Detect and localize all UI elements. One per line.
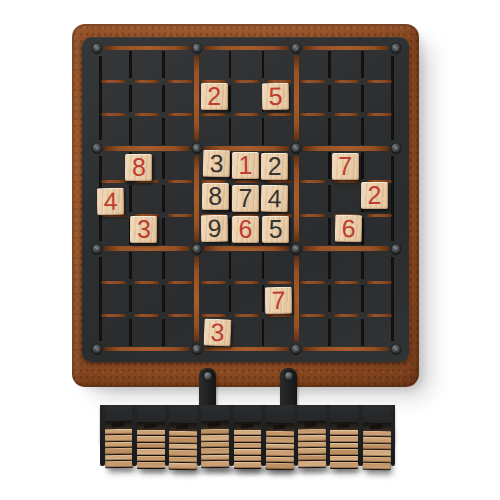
stack-top-marking (305, 422, 317, 427)
stack-tile-edge (104, 435, 132, 441)
tile-7[interactable]: 7 (332, 153, 359, 180)
cell-dash (300, 113, 325, 116)
cell-slot (162, 152, 165, 179)
screw-icon (292, 144, 301, 153)
tray-divider (358, 405, 363, 466)
cell-slot (229, 85, 232, 112)
stack-tile-edge (169, 437, 197, 443)
cell-dash (201, 113, 226, 116)
edge-slot (391, 156, 394, 240)
stack-top-edge (298, 421, 326, 429)
tile-5[interactable]: 5 (262, 82, 289, 109)
stack-tile-edge (298, 461, 326, 467)
screw-icon (392, 144, 401, 153)
tile-2[interactable]: 2 (201, 83, 228, 110)
cell-dash (234, 80, 259, 83)
box-divider-line (204, 347, 290, 352)
cell-dash (168, 180, 193, 183)
stack-tile-edge (363, 444, 391, 450)
cell-slot (129, 319, 132, 346)
cell-dash (300, 214, 325, 217)
tile-digit: 6 (341, 215, 355, 242)
screw-icon (93, 144, 102, 153)
tile-digit: 2 (268, 153, 282, 180)
stack-tile-edge (298, 455, 326, 461)
screw-icon (93, 44, 102, 53)
screw-icon (192, 144, 201, 153)
cell-slot (328, 85, 331, 112)
cell-dash (334, 281, 359, 284)
stack-tile-edge (234, 443, 262, 448)
sudoku-board: 2583127487423965673 (72, 24, 419, 387)
screw-icon (93, 345, 102, 354)
cell-slot (162, 51, 165, 78)
cell-slot (328, 51, 331, 78)
cell-dash (267, 180, 292, 183)
cell-dash (300, 314, 325, 317)
cell-slot (361, 285, 364, 312)
cell-slot (361, 152, 364, 179)
cell-dash (267, 281, 292, 284)
cell-dash (101, 281, 126, 284)
tile-digit: 1 (239, 152, 253, 179)
cell-dash (334, 314, 359, 317)
cell-slot (262, 319, 265, 346)
screw-icon (392, 44, 401, 53)
tray-divider (165, 405, 170, 466)
stack-tile-edge (104, 442, 132, 448)
stack-tile-edge (137, 456, 165, 461)
box-divider-line (104, 246, 190, 251)
cell-slot (129, 85, 132, 112)
cell-dash (300, 281, 325, 284)
stack-tile-edge (363, 450, 391, 456)
tile-stack[interactable] (298, 421, 326, 468)
tile-digit: 3 (210, 319, 225, 346)
cell-dash (168, 214, 193, 217)
box-divider-line (294, 155, 299, 241)
tile-digit: 5 (269, 83, 283, 110)
stack-top-marking (176, 424, 188, 429)
stack-tile-edge (266, 450, 294, 456)
stack-tile-edge (298, 448, 326, 454)
strap-screw-icon (204, 372, 212, 380)
screw-icon (392, 244, 401, 253)
tile-stack[interactable] (330, 422, 358, 469)
box-divider-line (204, 246, 290, 251)
cell-slot (129, 118, 132, 145)
tile-stack[interactable] (362, 423, 390, 470)
tile-digit: 2 (207, 83, 221, 110)
tile-2[interactable]: 2 (361, 182, 388, 209)
stack-top-edge (330, 422, 358, 430)
cell-dash (134, 113, 159, 116)
stack-tile-edge (234, 462, 262, 467)
cell-slot (162, 218, 165, 245)
tile-digit: 6 (239, 216, 253, 243)
cell-dash (101, 314, 126, 317)
box-divider-line (104, 46, 190, 51)
tile-digit: 4 (103, 188, 117, 215)
tile-digit: 7 (239, 185, 253, 212)
cell-slot (328, 185, 331, 212)
tile-stack[interactable] (234, 422, 262, 469)
cell-dash (134, 80, 159, 83)
tile-6[interactable]: 6 (334, 215, 361, 242)
box-divider-line (294, 55, 299, 141)
stack-tile-edge (363, 431, 391, 437)
stack-tile-edge (169, 450, 197, 456)
tile-2[interactable]: 2 (261, 153, 288, 180)
cell-dash (168, 281, 193, 284)
stack-tile-edge (169, 463, 197, 469)
stack-tile-edge (266, 463, 294, 469)
tile-4[interactable]: 4 (261, 185, 288, 212)
stack-tile-edge (169, 431, 197, 437)
cell-dash (168, 113, 193, 116)
tray-divider (100, 405, 105, 466)
stack-tile-edge (201, 448, 229, 454)
box-divider-line (104, 347, 190, 352)
stack-tile-edge (234, 436, 262, 441)
cell-dash (234, 113, 259, 116)
cell-slot (162, 185, 165, 212)
cell-dash (334, 113, 359, 116)
box-divider-line (303, 146, 389, 151)
cell-slot (162, 118, 165, 145)
cell-dash (134, 314, 159, 317)
tile-digit: 3 (137, 216, 151, 243)
stack-tile-edge (201, 455, 229, 461)
tile-7[interactable]: 7 (232, 185, 259, 212)
stack-tile-edge (105, 455, 133, 461)
tile-6[interactable]: 6 (232, 216, 259, 243)
stack-tile-edge (330, 449, 358, 454)
tile-stack[interactable] (169, 423, 197, 470)
stack-tile-edge (137, 462, 165, 467)
cell-dash (367, 281, 392, 284)
stack-tile-edge (137, 436, 165, 441)
cell-dash (168, 314, 193, 317)
edge-slot (99, 257, 102, 341)
stack-tile-edge (330, 430, 358, 435)
stack-tile-edge (105, 448, 133, 454)
tile-stack[interactable] (201, 421, 229, 468)
stack-tile-edge (330, 462, 358, 467)
cell-slot (129, 185, 132, 212)
box-divider-line (194, 55, 199, 141)
box-divider-line (303, 246, 389, 251)
tile-digit: 8 (132, 154, 146, 181)
box-divider-line (303, 46, 389, 51)
tile-5[interactable]: 5 (262, 216, 289, 243)
tile-digit: 2 (367, 182, 381, 209)
cell-dash (134, 281, 159, 284)
stack-tile-edge (266, 457, 294, 463)
stack-tile-edge (266, 431, 294, 437)
tile-8[interactable]: 8 (125, 154, 152, 181)
box-divider-line (294, 256, 299, 342)
cell-slot (328, 118, 331, 145)
tile-digit: 5 (269, 216, 283, 243)
stack-tile-edge (298, 435, 326, 441)
cell-dash (367, 80, 392, 83)
cell-slot (229, 51, 232, 78)
edge-slot (391, 56, 394, 140)
cell-slot (361, 118, 364, 145)
stack-top-edge (266, 423, 294, 431)
stack-tile-edge (137, 443, 165, 448)
cell-dash (334, 180, 359, 183)
stack-tile-edge (234, 430, 262, 435)
cell-slot (328, 218, 331, 245)
screw-icon (292, 345, 301, 354)
cell-slot (129, 51, 132, 78)
cell-slot (162, 252, 165, 279)
tile-stack[interactable] (104, 421, 132, 468)
tile-stack[interactable] (137, 422, 165, 469)
cell-dash (367, 113, 392, 116)
cell-slot (129, 252, 132, 279)
cell-slot (361, 85, 364, 112)
screw-icon (93, 244, 102, 253)
cell-slot (361, 319, 364, 346)
stack-tile-edge (137, 430, 165, 435)
edge-slot (391, 257, 394, 341)
box-divider-line (104, 146, 190, 151)
cell-slot (328, 319, 331, 346)
cell-dash (300, 80, 325, 83)
tray-divider (294, 405, 299, 466)
tile-digit: 9 (207, 215, 221, 242)
cell-slot (229, 285, 232, 312)
cell-dash (367, 314, 392, 317)
cell-dash (267, 314, 292, 317)
tile-9[interactable]: 9 (201, 215, 228, 242)
tray-divider (261, 405, 266, 466)
cell-slot (262, 118, 265, 145)
stack-top-edge (201, 421, 229, 429)
screw-icon (292, 44, 301, 53)
cell-dash (201, 281, 226, 284)
tile-digit: 8 (208, 183, 222, 210)
cell-dash (168, 80, 193, 83)
sudoku-grid: 2583127487423965673 (97, 48, 396, 349)
tray-strap-right (280, 368, 297, 408)
stack-top-edge (137, 422, 165, 430)
screw-icon (192, 244, 201, 253)
tile-1[interactable]: 1 (232, 152, 259, 179)
stack-top-marking (144, 423, 156, 428)
cell-slot (229, 252, 232, 279)
cell-dash (334, 80, 359, 83)
stack-tile-edge (201, 429, 229, 435)
tray-strap-left (199, 368, 216, 408)
scene: 2583127487423965673 (0, 0, 500, 500)
tile-8[interactable]: 8 (202, 183, 229, 210)
tile-3[interactable]: 3 (203, 149, 230, 176)
cell-dash (101, 113, 126, 116)
cell-dash (134, 180, 159, 183)
stack-tile-edge (104, 429, 132, 435)
stack-tile-edge (362, 463, 390, 469)
tile-4[interactable]: 4 (97, 188, 124, 215)
cell-dash (101, 180, 126, 183)
stack-top-marking (111, 422, 123, 427)
stack-tile-edge (363, 457, 391, 463)
tile-digit: 3 (209, 149, 223, 176)
tray-divider (229, 405, 234, 466)
tray-divider (391, 405, 396, 466)
cell-dash (234, 314, 259, 317)
cell-slot (229, 118, 232, 145)
stack-top-edge (234, 422, 262, 430)
tile-tray (100, 405, 395, 477)
stack-tile-edge (330, 443, 358, 448)
stack-tile-edge (330, 456, 358, 461)
tile-digit: 7 (338, 153, 352, 180)
strap-screw-icon (285, 372, 293, 380)
stack-top-marking (240, 423, 252, 428)
stack-tile-edge (169, 444, 197, 450)
tile-digit: 4 (268, 185, 282, 212)
cell-slot (262, 252, 265, 279)
cell-dash (300, 180, 325, 183)
tile-digit: 7 (272, 287, 286, 314)
cell-dash (201, 314, 226, 317)
stack-tile-edge (137, 449, 165, 454)
stack-tile-edge (234, 449, 262, 454)
stack-top-marking (370, 424, 382, 429)
stack-top-marking (337, 423, 349, 428)
box-divider-line (303, 347, 389, 352)
stack-tile-edge (201, 442, 229, 448)
stack-top-edge (169, 423, 197, 431)
cell-slot (361, 51, 364, 78)
stack-tile-edge (105, 461, 133, 467)
stack-tile-edge (169, 457, 197, 463)
cell-dash (234, 180, 259, 183)
stack-top-edge (104, 421, 132, 429)
edge-slot (99, 56, 102, 140)
box-divider-line (194, 155, 199, 241)
cell-dash (367, 214, 392, 217)
cell-slot (162, 319, 165, 346)
tile-7[interactable]: 7 (265, 287, 292, 314)
cell-slot (229, 218, 232, 245)
cell-slot (361, 252, 364, 279)
cell-dash (267, 113, 292, 116)
stack-top-marking (273, 424, 285, 429)
stack-tile-edge (266, 444, 294, 450)
stack-tile-edge (201, 435, 229, 441)
cell-slot (162, 85, 165, 112)
cell-slot (262, 51, 265, 78)
screw-icon (292, 244, 301, 253)
screw-icon (192, 345, 201, 354)
cell-slot (328, 152, 331, 179)
stack-tile-edge (363, 437, 391, 443)
screw-icon (392, 345, 401, 354)
tray-divider (197, 405, 202, 466)
stack-top-marking (208, 422, 220, 427)
stack-tile-edge (298, 429, 326, 435)
cell-slot (328, 252, 331, 279)
stack-tile-edge (330, 436, 358, 441)
stack-tile-edge (266, 437, 294, 443)
cell-slot (328, 285, 331, 312)
stack-tile-edge (234, 456, 262, 461)
stack-tile-edge (202, 461, 230, 467)
cell-slot (229, 185, 232, 212)
screw-icon (192, 44, 201, 53)
cell-slot (129, 285, 132, 312)
tile-3[interactable]: 3 (203, 318, 231, 346)
cell-dash (234, 281, 259, 284)
tray-divider (326, 405, 331, 466)
tile-stack[interactable] (266, 423, 294, 470)
cell-dash (101, 80, 126, 83)
tile-3[interactable]: 3 (130, 216, 157, 243)
stack-tile-edge (298, 442, 326, 448)
cell-slot (162, 285, 165, 312)
stack-top-edge (363, 423, 391, 431)
tray-divider (132, 405, 137, 466)
box-divider-line (204, 46, 290, 51)
board-panel: 2583127487423965673 (82, 37, 409, 362)
box-divider-line (194, 256, 199, 342)
